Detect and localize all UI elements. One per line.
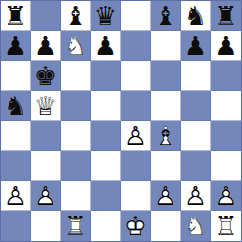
square-g8[interactable]: ♞ — [181, 1, 211, 31]
piece-white-pawn-f2[interactable]: ♟♙ — [151, 181, 180, 210]
white-piece-outline: ♔ — [121, 211, 150, 241]
square-h5[interactable] — [211, 91, 241, 121]
white-piece-outline: ♕ — [31, 91, 60, 120]
black-knight-glyph: ♞ — [4, 93, 27, 119]
square-c5[interactable] — [61, 91, 91, 121]
square-f3[interactable] — [151, 151, 181, 181]
black-bishop-glyph: ♝ — [64, 3, 87, 29]
black-bishop-glyph: ♝ — [154, 3, 177, 29]
square-d6[interactable] — [91, 61, 121, 91]
white-piece-outline: ♘ — [61, 31, 90, 60]
white-piece-outline: ♘ — [181, 211, 210, 241]
square-h4[interactable] — [211, 121, 241, 151]
black-rook-glyph: ♜ — [214, 3, 237, 29]
square-d3[interactable] — [91, 151, 121, 181]
piece-black-king-b6[interactable]: ♚ — [31, 61, 60, 90]
square-b8[interactable] — [31, 1, 61, 31]
piece-black-knight-a5[interactable]: ♞ — [1, 91, 30, 120]
black-pawn-glyph: ♟ — [94, 33, 117, 59]
piece-white-knight-g1[interactable]: ♞♘ — [181, 211, 210, 241]
white-piece-outline: ♙ — [121, 121, 150, 150]
square-e1[interactable]: ♚♔ — [121, 211, 151, 241]
square-f8[interactable]: ♝ — [151, 1, 181, 31]
black-king-glyph: ♚ — [34, 63, 57, 89]
square-a2[interactable]: ♟♙ — [1, 181, 31, 211]
white-piece-outline: ♙ — [181, 181, 210, 210]
black-queen-glyph: ♛ — [94, 3, 117, 29]
square-g7[interactable]: ♟ — [181, 31, 211, 61]
square-a3[interactable] — [1, 151, 31, 181]
square-c4[interactable] — [61, 121, 91, 151]
square-e5[interactable] — [121, 91, 151, 121]
square-c3[interactable] — [61, 151, 91, 181]
piece-white-pawn-h2[interactable]: ♟♙ — [211, 181, 241, 210]
square-b5[interactable]: ♛♕ — [31, 91, 61, 121]
square-d1[interactable] — [91, 211, 121, 241]
square-a8[interactable]: ♜ — [1, 1, 31, 31]
square-g5[interactable] — [181, 91, 211, 121]
square-c2[interactable] — [61, 181, 91, 211]
white-piece-outline: ♙ — [151, 181, 180, 210]
piece-white-rook-h1[interactable]: ♜♖ — [211, 211, 241, 241]
piece-black-pawn-g7[interactable]: ♟ — [181, 31, 210, 60]
piece-white-pawn-a2[interactable]: ♟♙ — [1, 181, 30, 210]
square-b1[interactable] — [31, 211, 61, 241]
white-piece-outline: ♖ — [211, 211, 241, 241]
black-pawn-glyph: ♟ — [34, 33, 57, 59]
white-piece-outline: ♖ — [61, 211, 90, 241]
piece-black-queen-d8[interactable]: ♛ — [91, 1, 120, 30]
square-g3[interactable] — [181, 151, 211, 181]
square-h8[interactable]: ♜ — [211, 1, 241, 31]
square-h1[interactable]: ♜♖ — [211, 211, 241, 241]
square-d7[interactable]: ♟ — [91, 31, 121, 61]
square-f7[interactable] — [151, 31, 181, 61]
square-a6[interactable] — [1, 61, 31, 91]
piece-black-bishop-f8[interactable]: ♝ — [151, 1, 180, 30]
square-b3[interactable] — [31, 151, 61, 181]
piece-black-rook-a8[interactable]: ♜ — [1, 1, 30, 30]
square-g6[interactable] — [181, 61, 211, 91]
piece-white-pawn-b2[interactable]: ♟♙ — [31, 181, 60, 210]
piece-white-knight-c7[interactable]: ♞♘ — [61, 31, 90, 60]
square-f2[interactable]: ♟♙ — [151, 181, 181, 211]
square-g2[interactable]: ♟♙ — [181, 181, 211, 211]
square-c1[interactable]: ♜♖ — [61, 211, 91, 241]
black-knight-glyph: ♞ — [184, 3, 207, 29]
square-d5[interactable] — [91, 91, 121, 121]
black-rook-glyph: ♜ — [4, 3, 27, 29]
piece-black-pawn-d7[interactable]: ♟ — [91, 31, 120, 60]
square-f6[interactable] — [151, 61, 181, 91]
piece-black-pawn-b7[interactable]: ♟ — [31, 31, 60, 60]
square-e6[interactable] — [121, 61, 151, 91]
square-a4[interactable] — [1, 121, 31, 151]
square-g4[interactable] — [181, 121, 211, 151]
piece-white-pawn-g2[interactable]: ♟♙ — [181, 181, 210, 210]
square-h2[interactable]: ♟♙ — [211, 181, 241, 211]
piece-white-queen-b5[interactable]: ♛♕ — [31, 91, 60, 120]
square-f4[interactable]: ♝♗ — [151, 121, 181, 151]
square-b2[interactable]: ♟♙ — [31, 181, 61, 211]
piece-black-knight-g8[interactable]: ♞ — [181, 1, 210, 30]
square-f1[interactable] — [151, 211, 181, 241]
square-e2[interactable] — [121, 181, 151, 211]
piece-black-bishop-c8[interactable]: ♝ — [61, 1, 90, 30]
square-e8[interactable] — [121, 1, 151, 31]
black-pawn-glyph: ♟ — [4, 33, 27, 59]
square-c8[interactable]: ♝ — [61, 1, 91, 31]
white-piece-outline: ♙ — [1, 181, 30, 210]
white-piece-outline: ♗ — [151, 121, 180, 150]
white-piece-outline: ♙ — [31, 181, 60, 210]
square-d4[interactable] — [91, 121, 121, 151]
square-h6[interactable] — [211, 61, 241, 91]
square-b4[interactable] — [31, 121, 61, 151]
square-c7[interactable]: ♞♘ — [61, 31, 91, 61]
black-pawn-glyph: ♟ — [214, 33, 237, 59]
square-d2[interactable] — [91, 181, 121, 211]
piece-black-pawn-h7[interactable]: ♟ — [211, 31, 241, 60]
square-e7[interactable] — [121, 31, 151, 61]
piece-black-rook-h8[interactable]: ♜ — [211, 1, 241, 30]
chess-board: ♜♝♛♝♞♜♟♟♞♘♟♟♟♚♞♛♕♟♙♝♗♟♙♟♙♟♙♟♙♟♙♜♖♚♔♞♘♜♖ — [0, 0, 242, 242]
piece-white-king-e1[interactable]: ♚♔ — [121, 211, 150, 241]
white-piece-outline: ♙ — [211, 181, 241, 210]
square-b6[interactable]: ♚ — [31, 61, 61, 91]
square-c6[interactable] — [61, 61, 91, 91]
piece-black-pawn-a7[interactable]: ♟ — [1, 31, 30, 60]
square-b7[interactable]: ♟ — [31, 31, 61, 61]
square-g1[interactable]: ♞♘ — [181, 211, 211, 241]
square-a7[interactable]: ♟ — [1, 31, 31, 61]
square-e3[interactable] — [121, 151, 151, 181]
square-h3[interactable] — [211, 151, 241, 181]
square-e4[interactable]: ♟♙ — [121, 121, 151, 151]
square-h7[interactable]: ♟ — [211, 31, 241, 61]
piece-white-pawn-e4[interactable]: ♟♙ — [121, 121, 150, 150]
piece-white-rook-c1[interactable]: ♜♖ — [61, 211, 90, 241]
square-a1[interactable] — [1, 211, 31, 241]
piece-white-bishop-f4[interactable]: ♝♗ — [151, 121, 180, 150]
black-pawn-glyph: ♟ — [184, 33, 207, 59]
square-d8[interactable]: ♛ — [91, 1, 121, 31]
square-f5[interactable] — [151, 91, 181, 121]
square-a5[interactable]: ♞ — [1, 91, 31, 121]
